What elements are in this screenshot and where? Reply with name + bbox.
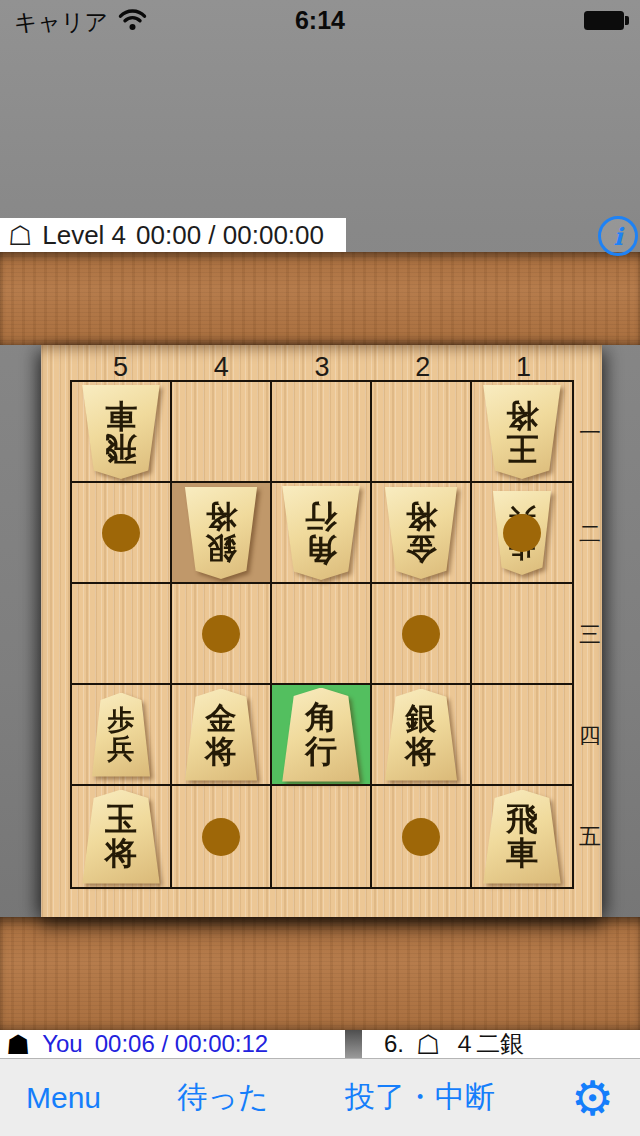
table-wood-top bbox=[0, 252, 640, 345]
rank-labels: 一二三四五 bbox=[579, 382, 601, 887]
square-2四[interactable]: 銀将 bbox=[372, 685, 472, 786]
square-4四[interactable]: 金将 bbox=[172, 685, 272, 786]
file-label-1: 1 bbox=[473, 352, 574, 383]
file-label-3: 3 bbox=[272, 352, 373, 383]
square-5五[interactable]: 玉将 bbox=[72, 786, 172, 887]
square-1一[interactable]: 王将 bbox=[472, 382, 572, 483]
square-1五[interactable]: 飛車 bbox=[472, 786, 572, 887]
square-3五[interactable] bbox=[272, 786, 372, 887]
piece-king-gote[interactable]: 王将 bbox=[478, 385, 566, 479]
board-grid[interactable]: 飛車王将銀将角行金将歩兵歩兵金将角行銀将玉将飛車 bbox=[70, 380, 574, 889]
player-status-bar: ☗ You 00:06 / 00:00:12 6. ☖ ４二銀 bbox=[0, 1030, 640, 1058]
status-time: 6:14 bbox=[0, 6, 640, 35]
square-4二[interactable]: 銀将 bbox=[172, 483, 272, 584]
shogi-board: 54321 一二三四五 飛車王将銀将角行金将歩兵歩兵金将角行銀将玉将飛車 bbox=[41, 345, 602, 917]
rank-label-一: 一 bbox=[579, 382, 601, 483]
square-4五[interactable] bbox=[172, 786, 272, 887]
piece-silver-sente[interactable]: 銀将 bbox=[380, 689, 462, 781]
square-3三[interactable] bbox=[272, 584, 372, 685]
file-label-4: 4 bbox=[171, 352, 272, 383]
status-bar: キャリア 6:14 bbox=[0, 0, 640, 42]
menu-button[interactable]: Menu bbox=[26, 1081, 101, 1115]
player-clock-bar: ☗ You 00:06 / 00:00:12 bbox=[0, 1030, 345, 1058]
square-2五[interactable] bbox=[372, 786, 472, 887]
rank-label-三: 三 bbox=[579, 584, 601, 685]
undo-button[interactable]: 待った bbox=[177, 1077, 268, 1118]
piece-gold-gote[interactable]: 金将 bbox=[380, 487, 462, 579]
opponent-clock-bar: ☖ Level 4 00:00 / 00:00:00 bbox=[0, 218, 346, 252]
player-label: You bbox=[42, 1030, 83, 1058]
piece-gold-sente[interactable]: 金将 bbox=[180, 689, 262, 781]
square-3二[interactable]: 角行 bbox=[272, 483, 372, 584]
move-number: 6. bbox=[384, 1030, 404, 1058]
square-3一[interactable] bbox=[272, 382, 372, 483]
square-2三[interactable] bbox=[372, 584, 472, 685]
player-clock: 00:06 / 00:00:12 bbox=[95, 1030, 268, 1058]
last-move-display: 6. ☖ ４二銀 bbox=[384, 1028, 524, 1060]
bar-separator bbox=[345, 1030, 362, 1058]
move-hint-dot[interactable] bbox=[202, 615, 240, 653]
square-4一[interactable] bbox=[172, 382, 272, 483]
square-1四[interactable] bbox=[472, 685, 572, 786]
move-hint-dot[interactable] bbox=[402, 615, 440, 653]
piece-pawn-sente[interactable]: 歩兵 bbox=[88, 693, 154, 777]
app-screen: キャリア 6:14 ☖ Level 4 00:00 / 00:00:00 i 5… bbox=[0, 0, 640, 1136]
opponent-clock: 00:00 / 00:00:00 bbox=[136, 220, 324, 251]
square-2二[interactable]: 金将 bbox=[372, 483, 472, 584]
square-4三[interactable] bbox=[172, 584, 272, 685]
piece-bishop-sente[interactable]: 角行 bbox=[277, 688, 365, 782]
square-5四[interactable]: 歩兵 bbox=[72, 685, 172, 786]
battery-icon bbox=[584, 11, 624, 30]
square-1二[interactable]: 歩兵 bbox=[472, 483, 572, 584]
square-5二[interactable] bbox=[72, 483, 172, 584]
white-shogi-piece-icon: ☖ bbox=[8, 222, 32, 249]
file-labels: 54321 bbox=[70, 352, 574, 383]
opponent-label: Level 4 bbox=[42, 220, 126, 251]
piece-rook-gote[interactable]: 飛車 bbox=[77, 385, 165, 479]
table-wood-bottom bbox=[0, 917, 640, 1030]
square-5一[interactable]: 飛車 bbox=[72, 382, 172, 483]
piece-silver-gote[interactable]: 銀将 bbox=[180, 487, 262, 579]
rank-label-五: 五 bbox=[579, 786, 601, 887]
square-3四[interactable]: 角行 bbox=[272, 685, 372, 786]
move-hint-dot[interactable] bbox=[102, 514, 140, 552]
file-label-2: 2 bbox=[372, 352, 473, 383]
info-icon[interactable]: i bbox=[598, 216, 638, 256]
square-1三[interactable] bbox=[472, 584, 572, 685]
move-hint-dot[interactable] bbox=[503, 514, 541, 552]
move-hint-dot[interactable] bbox=[402, 818, 440, 856]
piece-king-sente[interactable]: 玉将 bbox=[77, 790, 165, 884]
rank-label-二: 二 bbox=[579, 483, 601, 584]
white-shogi-piece-icon: ☖ bbox=[416, 1031, 440, 1058]
file-label-5: 5 bbox=[70, 352, 171, 383]
bottom-toolbar: Menu 待った 投了・中断 ⚙ bbox=[0, 1058, 640, 1136]
rank-label-四: 四 bbox=[579, 685, 601, 786]
square-2一[interactable] bbox=[372, 382, 472, 483]
resign-button[interactable]: 投了・中断 bbox=[345, 1077, 495, 1118]
piece-rook-sente[interactable]: 飛車 bbox=[478, 790, 566, 884]
move-hint-dot[interactable] bbox=[202, 818, 240, 856]
move-text: ４二銀 bbox=[452, 1028, 524, 1060]
settings-gear-icon[interactable]: ⚙ bbox=[571, 1074, 614, 1122]
square-5三[interactable] bbox=[72, 584, 172, 685]
piece-bishop-gote[interactable]: 角行 bbox=[277, 486, 365, 580]
black-shogi-piece-icon: ☗ bbox=[6, 1031, 30, 1058]
